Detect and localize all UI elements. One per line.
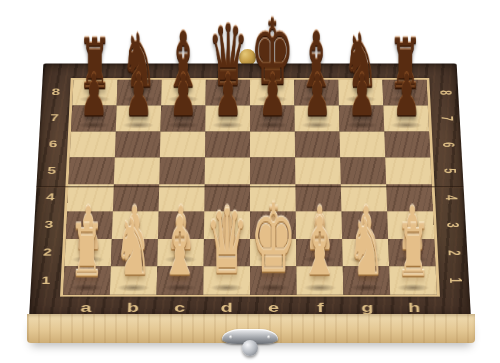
square-h7: ♟ xyxy=(383,105,429,131)
board-scene: 87654321 87654321 abcdefgh ♜♞♝♛♚♝♞♜♟♟♟♟♟… xyxy=(29,64,471,318)
piece-black-rook-a8: ♜ xyxy=(78,30,111,98)
file-label-c: c xyxy=(156,301,203,315)
square-c7: ♟ xyxy=(160,105,205,131)
rank-label-left-3: 3 xyxy=(44,211,54,238)
piece-slot-h1: ♜ xyxy=(389,267,437,295)
piece-black-king-e8: ♚ xyxy=(250,8,294,98)
square-g6 xyxy=(340,131,386,157)
piece-shadow xyxy=(304,284,337,292)
file-label-b: b xyxy=(109,301,156,315)
piece-slot-d1: ♛ xyxy=(203,267,250,295)
piece-shadow xyxy=(257,256,289,264)
square-d1: ♛ xyxy=(203,267,250,295)
square-d2: ♟ xyxy=(204,239,250,267)
square-g7: ♟ xyxy=(339,105,384,131)
file-label-f: f xyxy=(297,301,344,315)
square-f2: ♟ xyxy=(296,239,343,267)
piece-black-knight-b8: ♞ xyxy=(121,25,157,99)
square-b8: ♞ xyxy=(117,80,162,106)
piece-shadow xyxy=(257,121,288,128)
piece-shadow xyxy=(168,95,199,102)
rank-label-left-8: 8 xyxy=(51,80,61,106)
square-b4 xyxy=(113,184,159,211)
rank-label-right-2: 2 xyxy=(429,250,475,255)
piece-shadow xyxy=(123,95,154,102)
piece-shadow xyxy=(117,284,150,292)
square-f5 xyxy=(295,158,341,185)
rank-label-left-6: 6 xyxy=(48,131,58,157)
piece-shadow xyxy=(257,95,288,102)
piece-shadow xyxy=(167,121,198,128)
rank-label-left-5: 5 xyxy=(47,158,57,185)
rank-label-left-7: 7 xyxy=(50,105,60,131)
piece-slot-g1: ♞ xyxy=(343,267,390,295)
square-c1: ♝ xyxy=(157,267,204,295)
piece-shadow xyxy=(212,95,243,102)
clasp-knob xyxy=(242,340,258,356)
square-b7: ♟ xyxy=(116,105,161,131)
square-e1: ♚ xyxy=(250,267,297,295)
piece-shadow xyxy=(391,121,423,128)
piece-shadow xyxy=(78,121,110,128)
square-c5 xyxy=(159,158,205,185)
square-a6 xyxy=(70,131,116,157)
square-b3 xyxy=(112,211,159,238)
square-d7: ♟ xyxy=(205,105,250,131)
rank-label-left-1: 1 xyxy=(41,267,51,295)
square-g1: ♞ xyxy=(343,267,390,295)
square-f4 xyxy=(295,184,341,211)
square-f8: ♝ xyxy=(294,80,339,106)
rank-label-right-8: 8 xyxy=(422,90,466,95)
piece-shadow xyxy=(303,256,336,264)
piece-slot-b1: ♞ xyxy=(110,267,157,295)
file-label-a: a xyxy=(62,301,109,315)
piece-black-knight-g8: ♞ xyxy=(343,25,379,99)
square-a2: ♟ xyxy=(64,239,111,267)
piece-shadow xyxy=(164,256,197,264)
square-c3 xyxy=(158,211,204,238)
square-g5 xyxy=(340,158,386,185)
square-h4 xyxy=(386,184,433,211)
product-photo: 87654321 87654321 abcdefgh ♜♞♝♛♚♝♞♜♟♟♟♟♟… xyxy=(0,0,500,363)
piece-shadow xyxy=(210,284,243,292)
square-a3 xyxy=(66,211,113,238)
piece-shadow xyxy=(257,284,290,292)
square-e8: ♚ xyxy=(250,80,294,106)
square-f1: ♝ xyxy=(296,267,343,295)
piece-shadow xyxy=(79,95,110,102)
piece-black-bishop-f8: ♝ xyxy=(298,22,335,99)
square-a8: ♜ xyxy=(72,80,117,106)
square-c2: ♟ xyxy=(157,239,204,267)
square-b6 xyxy=(115,131,161,157)
square-h2: ♟ xyxy=(388,239,435,267)
piece-shadow xyxy=(118,256,151,264)
square-h3 xyxy=(387,211,434,238)
piece-shadow xyxy=(397,284,430,292)
piece-slot-f1: ♝ xyxy=(296,267,343,295)
piece-shadow xyxy=(350,284,383,292)
square-h5 xyxy=(385,158,431,185)
square-c6 xyxy=(160,131,205,157)
rank-label-left-2: 2 xyxy=(42,239,52,267)
square-a7: ♟ xyxy=(71,105,117,131)
piece-shadow xyxy=(396,256,429,264)
square-g3 xyxy=(341,211,388,238)
square-d6 xyxy=(205,131,250,157)
file-label-g: g xyxy=(344,301,391,315)
square-h1: ♜ xyxy=(389,267,437,295)
piece-slot-e1: ♚ xyxy=(250,267,297,295)
square-d5 xyxy=(205,158,250,185)
piece-slot-a1: ♜ xyxy=(63,267,111,295)
square-e5 xyxy=(250,158,295,185)
file-label-h: h xyxy=(390,301,437,315)
square-f6 xyxy=(295,131,340,157)
piece-shadow xyxy=(390,95,421,102)
piece-black-bishop-c8: ♝ xyxy=(165,22,202,99)
square-e3 xyxy=(250,211,296,238)
board-frame: 87654321 87654321 abcdefgh ♜♞♝♛♚♝♞♜♟♟♟♟♟… xyxy=(29,64,471,318)
piece-shadow xyxy=(72,256,105,264)
square-a5 xyxy=(68,158,114,185)
piece-shadow xyxy=(212,121,243,128)
piece-shadow xyxy=(211,256,243,264)
rank-label-right-3: 3 xyxy=(428,222,474,227)
piece-shadow xyxy=(345,95,376,102)
square-h8: ♜ xyxy=(382,80,427,106)
square-a4 xyxy=(67,184,114,211)
rank-label-right-7: 7 xyxy=(423,116,468,121)
square-h6 xyxy=(384,131,430,157)
fold-seam xyxy=(36,186,463,188)
square-c4 xyxy=(159,184,205,211)
square-e7: ♟ xyxy=(250,105,295,131)
square-g8: ♞ xyxy=(338,80,383,106)
piece-shadow xyxy=(346,121,377,128)
square-d3 xyxy=(204,211,250,238)
piece-shadow xyxy=(349,256,382,264)
square-c8: ♝ xyxy=(161,80,206,106)
square-f7: ♟ xyxy=(294,105,339,131)
rank-label-right-6: 6 xyxy=(424,142,469,147)
rank-label-right-4: 4 xyxy=(427,195,473,200)
square-b5 xyxy=(114,158,160,185)
clasp-latch xyxy=(222,329,278,359)
piece-shadow xyxy=(164,284,197,292)
square-a1: ♜ xyxy=(63,267,111,295)
square-f3 xyxy=(296,211,342,238)
square-g2: ♟ xyxy=(342,239,389,267)
square-b2: ♟ xyxy=(111,239,158,267)
piece-shadow xyxy=(301,95,332,102)
piece-slot-c1: ♝ xyxy=(157,267,204,295)
square-b1: ♞ xyxy=(110,267,157,295)
rank-label-left-4: 4 xyxy=(45,184,55,211)
piece-black-rook-h8: ♜ xyxy=(389,30,422,98)
piece-shadow xyxy=(123,121,154,128)
file-label-d: d xyxy=(203,301,250,315)
file-label-e: e xyxy=(250,301,297,315)
square-g4 xyxy=(341,184,387,211)
square-d8: ♛ xyxy=(206,80,250,106)
square-d4 xyxy=(204,184,250,211)
square-e6 xyxy=(250,131,295,157)
piece-shadow xyxy=(301,121,332,128)
piece-shadow xyxy=(70,284,103,292)
rank-label-right-1: 1 xyxy=(431,278,478,283)
square-e4 xyxy=(250,184,296,211)
rank-label-right-5: 5 xyxy=(426,168,471,173)
square-e2: ♟ xyxy=(250,239,296,267)
